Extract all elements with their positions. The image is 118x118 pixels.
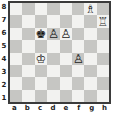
square-g3 [84, 65, 96, 77]
rank-label-6: 6 [0, 27, 8, 40]
square-h6 [97, 28, 109, 40]
rank-label-7: 7 [0, 14, 8, 27]
square-h1 [97, 90, 109, 102]
rank-label-3: 3 [0, 65, 8, 78]
square-a7 [10, 15, 22, 27]
square-c8 [35, 3, 47, 15]
square-c6: ♚ [35, 28, 47, 40]
file-label-g: g [85, 104, 98, 117]
square-d2 [47, 77, 59, 89]
square-f1 [72, 90, 84, 102]
square-a3 [10, 65, 22, 77]
rank-label-2: 2 [0, 78, 8, 91]
square-f4: ♙ [72, 53, 84, 65]
file-label-b: b [21, 104, 34, 117]
square-f6 [72, 28, 84, 40]
square-b4 [22, 53, 34, 65]
square-d3 [47, 65, 59, 77]
file-label-h: h [98, 104, 111, 117]
rank-labels: 87654321 [0, 1, 8, 104]
chess-board: ♗♖♚♙♙♔♙ [8, 1, 111, 104]
square-h8 [97, 3, 109, 15]
square-c1 [35, 90, 47, 102]
square-a4 [10, 53, 22, 65]
square-f8 [72, 3, 84, 15]
square-e3 [60, 65, 72, 77]
file-labels: abcdefgh [8, 104, 111, 117]
square-b6 [22, 28, 34, 40]
square-c7 [35, 15, 47, 27]
square-f2 [72, 77, 84, 89]
square-e2 [60, 77, 72, 89]
rank-label-1: 1 [0, 91, 8, 104]
square-h7: ♖ [97, 15, 109, 27]
square-b8 [22, 3, 34, 15]
square-b2 [22, 77, 34, 89]
square-d7 [47, 15, 59, 27]
square-c3 [35, 65, 47, 77]
square-d5 [47, 40, 59, 52]
square-c2 [35, 77, 47, 89]
square-c5 [35, 40, 47, 52]
rank-label-4: 4 [0, 53, 8, 66]
white-pawn-f4: ♙ [73, 53, 84, 65]
square-a6 [10, 28, 22, 40]
square-e8 [60, 3, 72, 15]
square-d1 [47, 90, 59, 102]
square-g5 [84, 40, 96, 52]
square-a2 [10, 77, 22, 89]
file-label-a: a [8, 104, 21, 117]
square-d8 [47, 3, 59, 15]
square-g6 [84, 28, 96, 40]
white-pawn-d6: ♙ [48, 28, 59, 40]
file-label-d: d [47, 104, 60, 117]
square-a1 [10, 90, 22, 102]
rank-label-8: 8 [0, 1, 8, 14]
square-b3 [22, 65, 34, 77]
square-g4 [84, 53, 96, 65]
square-d4 [47, 53, 59, 65]
square-d6: ♙ [47, 28, 59, 40]
square-f7 [72, 15, 84, 27]
square-a8 [10, 3, 22, 15]
square-e7 [60, 15, 72, 27]
file-label-e: e [60, 104, 73, 117]
square-g7 [84, 15, 96, 27]
square-e1 [60, 90, 72, 102]
square-f3 [72, 65, 84, 77]
square-g8: ♗ [84, 3, 96, 15]
square-b5 [22, 40, 34, 52]
square-e5 [60, 40, 72, 52]
white-king-c4: ♔ [36, 53, 47, 65]
square-h5 [97, 40, 109, 52]
square-c4: ♔ [35, 53, 47, 65]
square-h2 [97, 77, 109, 89]
square-g1 [84, 90, 96, 102]
square-a5 [10, 40, 22, 52]
square-g2 [84, 77, 96, 89]
file-label-c: c [34, 104, 47, 117]
file-label-f: f [72, 104, 85, 117]
square-e6: ♙ [60, 28, 72, 40]
black-king-c6: ♚ [36, 28, 47, 40]
square-f5 [72, 40, 84, 52]
square-b1 [22, 90, 34, 102]
square-h3 [97, 65, 109, 77]
white-rook-h7: ♖ [97, 15, 108, 27]
white-pawn-e6: ♙ [60, 28, 71, 40]
square-b7 [22, 15, 34, 27]
white-bishop-g8: ♗ [85, 3, 96, 15]
chess-diagram: 87654321 ♗♖♚♙♙♔♙ abcdefgh [0, 0, 118, 118]
rank-label-5: 5 [0, 40, 8, 53]
square-e4 [60, 53, 72, 65]
square-h4 [97, 53, 109, 65]
